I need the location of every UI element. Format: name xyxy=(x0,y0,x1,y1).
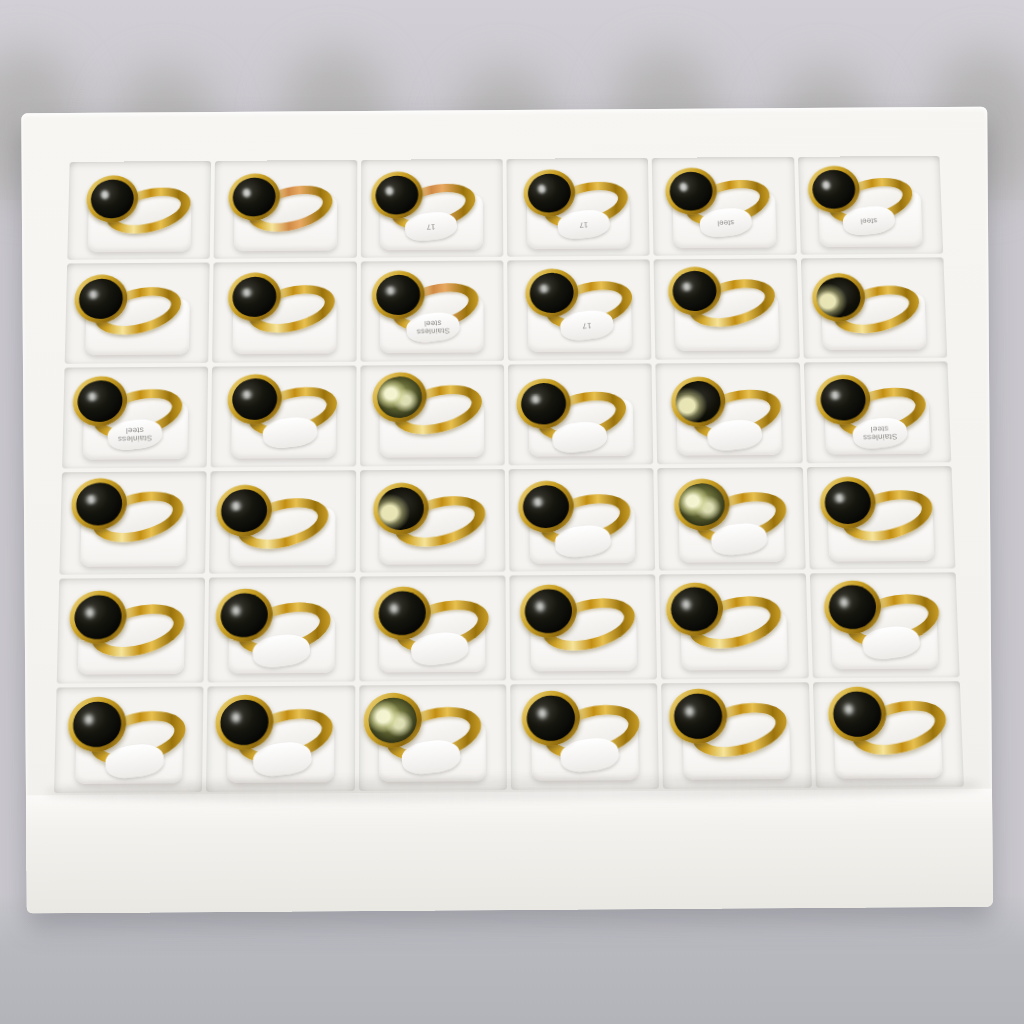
ring-tag-label xyxy=(259,758,305,760)
ring-face-stone xyxy=(75,377,126,425)
ring-tag-label: 17 xyxy=(566,321,608,331)
ring-r6c1 xyxy=(56,686,207,794)
ring-grid: 17 17 steel xyxy=(54,156,964,793)
ring-face-stone xyxy=(372,172,421,217)
ring-tag-label: steel xyxy=(705,218,746,227)
ring-r6c3 xyxy=(353,682,503,790)
ring-r4c4 xyxy=(508,471,652,573)
ring-face-stone xyxy=(229,375,280,423)
grey-tabletop xyxy=(0,894,1024,1024)
ring-r4c3 xyxy=(363,473,506,575)
ring-slot-r2c5 xyxy=(654,259,800,360)
ring-face-stone xyxy=(669,268,720,315)
ring-slot-r5c1 xyxy=(57,578,206,683)
ring-face-stone xyxy=(365,693,420,746)
ring-r5c5 xyxy=(656,573,804,678)
ring-slot-r6c3 xyxy=(359,684,507,791)
ring-slot-r2c6 xyxy=(801,258,948,359)
ring-slot-r4c3 xyxy=(359,469,505,573)
ring-face-stone xyxy=(375,588,429,640)
ring-tag-label xyxy=(713,434,756,436)
ring-r3c5 xyxy=(661,367,802,465)
ring-face-stone xyxy=(667,168,717,213)
ring-slot-r2c2 xyxy=(212,262,356,363)
ring-tag-label xyxy=(717,538,761,540)
ring-tag-label xyxy=(259,650,304,652)
ring-r1c4: 17 xyxy=(514,161,647,253)
ring-r1c2 xyxy=(219,165,352,257)
ring-r3c4 xyxy=(507,369,647,467)
ring-slot-r4c2 xyxy=(209,470,355,574)
ring-tag-label xyxy=(868,642,913,644)
ring-face-stone xyxy=(808,167,858,212)
ring-slot-r2c3: Stainless steel xyxy=(360,261,504,362)
ring-face-stone xyxy=(667,584,722,636)
ring-face-stone xyxy=(523,691,579,744)
ring-tag-label xyxy=(111,760,157,762)
ring-r5c1 xyxy=(58,581,206,686)
ring-r1c3: 17 xyxy=(362,163,495,255)
ring-face-stone xyxy=(73,479,125,529)
ring-tag-label xyxy=(269,431,312,433)
ring-slot-r3c6: Stainless steel xyxy=(803,361,951,463)
ring-slot-r6c5 xyxy=(661,682,811,789)
ring-face-stone xyxy=(521,586,576,638)
ring-face-stone xyxy=(374,484,427,534)
ring-r4c1 xyxy=(60,469,204,570)
ring-slot-r4c4 xyxy=(509,468,656,572)
ring-r2c2 xyxy=(218,264,354,359)
ring-r6c6 xyxy=(817,676,970,784)
ring-tag-label xyxy=(566,753,612,755)
ring-slot-r1c6: steel xyxy=(798,156,944,255)
ring-face-stone xyxy=(373,373,425,421)
ring-r2c6 xyxy=(802,265,941,360)
ring-tag-label xyxy=(407,756,453,758)
ring-slot-r6c4 xyxy=(510,683,659,790)
ring-slot-r1c1 xyxy=(67,161,211,260)
ring-slot-r4c6 xyxy=(806,466,955,570)
ring-face-stone xyxy=(829,687,886,740)
tray-front-edge xyxy=(26,789,993,914)
ring-slot-r6c6 xyxy=(813,681,964,788)
ring-face-stone xyxy=(519,482,572,532)
ring-r3c2 xyxy=(218,365,358,463)
ring-face-stone xyxy=(230,274,280,321)
ring-slot-r6c1 xyxy=(54,686,204,793)
ring-tag-label: Stainless steel xyxy=(857,424,901,442)
ring-r4c2 xyxy=(206,475,349,577)
ring-slot-r1c2 xyxy=(214,160,357,259)
ring-r2c4: 17 xyxy=(516,260,653,355)
ring-face-stone xyxy=(675,480,729,530)
ring-face-stone xyxy=(526,270,577,317)
ring-slot-r1c5: steel xyxy=(652,157,797,256)
ring-tag-label: 17 xyxy=(410,222,451,231)
ring-face-stone xyxy=(71,592,124,644)
ring-r4c5 xyxy=(664,469,809,570)
ring-r5c6 xyxy=(813,571,962,676)
ring-tray: 17 17 steel xyxy=(21,107,993,914)
ring-tag-label: steel xyxy=(848,216,890,225)
ring-face-stone xyxy=(825,582,880,634)
ring-slot-r6c2 xyxy=(206,685,355,792)
ring-face-stone xyxy=(76,276,126,323)
ring-slot-r3c5 xyxy=(656,362,803,464)
ring-tag-label xyxy=(561,540,605,542)
ring-face-stone xyxy=(525,170,574,215)
ring-r5c4 xyxy=(510,575,657,680)
ring-tag-label xyxy=(558,436,601,438)
ring-slot-r3c4 xyxy=(508,363,654,465)
ring-slot-r5c2 xyxy=(208,577,356,682)
ring-r3c3 xyxy=(363,363,502,461)
photo-scene: 17 17 steel xyxy=(0,0,1024,1024)
ring-face-stone xyxy=(88,176,137,221)
ring-face-stone xyxy=(672,377,724,425)
ring-slot-r1c3: 17 xyxy=(361,159,504,258)
ring-slot-r4c5 xyxy=(658,467,806,571)
ring-face-stone xyxy=(217,695,272,748)
ring-face-stone xyxy=(218,590,272,642)
ring-face-stone xyxy=(518,379,570,427)
ring-r2c3: Stainless steel xyxy=(362,262,498,357)
ring-face-stone xyxy=(230,174,279,219)
ring-slot-r2c4: 17 xyxy=(507,260,652,361)
ring-slot-r3c2 xyxy=(211,365,356,467)
ring-r6c4 xyxy=(511,680,662,788)
ring-r1c1 xyxy=(76,167,210,259)
ring-r2c1 xyxy=(64,266,201,361)
ring-r1c6: steel xyxy=(798,157,933,249)
ring-face-stone xyxy=(373,272,423,319)
ring-slot-r5c3 xyxy=(359,576,506,681)
ring-r6c5 xyxy=(659,678,811,786)
ring-slot-r5c4 xyxy=(509,575,657,680)
ring-r5c3 xyxy=(363,577,509,682)
ring-face-stone xyxy=(820,478,874,528)
ring-r6c2 xyxy=(205,684,355,792)
ring-slot-r3c1: Stainless steel xyxy=(62,366,208,468)
ring-face-stone xyxy=(813,274,864,321)
ring-face-stone xyxy=(817,375,870,423)
ring-r3c1: Stainless steel xyxy=(62,367,203,465)
ring-tag-label: Stainless steel xyxy=(113,425,156,443)
ring-r2c5 xyxy=(659,258,797,353)
ring-slot-r5c5 xyxy=(659,574,808,679)
ring-tag-label: Stainless steel xyxy=(411,319,454,336)
ring-slot-r1c4: 17 xyxy=(506,158,649,257)
ring-r5c2 xyxy=(205,579,352,684)
ring-tag-label xyxy=(417,648,462,650)
ring-r4c6 xyxy=(809,467,955,568)
ring-tag-label: 17 xyxy=(563,220,604,229)
ring-slot-r3c3 xyxy=(360,364,505,466)
ring-slot-r5c6 xyxy=(810,573,960,678)
ring-slot-r4c1 xyxy=(59,471,207,575)
ring-slot-r2c1 xyxy=(65,263,210,364)
ring-r1c5: steel xyxy=(656,159,790,251)
ring-face-stone xyxy=(670,689,726,742)
ring-face-stone xyxy=(70,697,125,750)
ring-face-stone xyxy=(218,486,271,536)
ring-r3c6: Stainless steel xyxy=(805,365,947,463)
